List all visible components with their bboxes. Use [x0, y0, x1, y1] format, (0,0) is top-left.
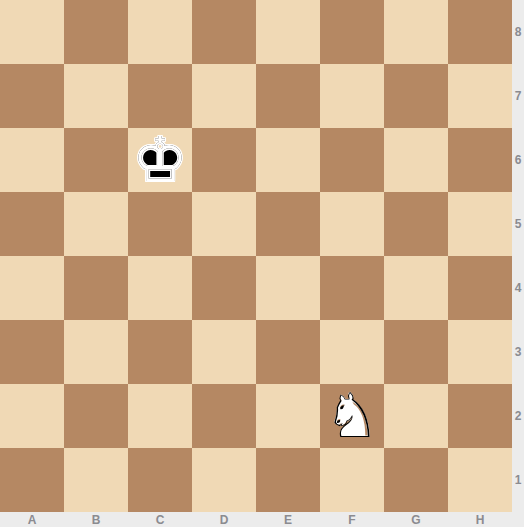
square-g1[interactable]: [384, 448, 448, 512]
file-label-h: H: [448, 512, 512, 527]
square-c7[interactable]: [128, 64, 192, 128]
square-e3[interactable]: [256, 320, 320, 384]
rank-label-7: 7: [512, 64, 524, 128]
square-e4[interactable]: [256, 256, 320, 320]
file-label-d: D: [192, 512, 256, 527]
square-e8[interactable]: [256, 0, 320, 64]
file-label-c: C: [128, 512, 192, 527]
square-h1[interactable]: [448, 448, 512, 512]
white-knight-glyph: ♞: [324, 384, 380, 448]
file-label-f: F: [320, 512, 384, 527]
square-g2[interactable]: [384, 384, 448, 448]
square-c3[interactable]: [128, 320, 192, 384]
square-h5[interactable]: [448, 192, 512, 256]
black-king-outline-glyph: ♔: [132, 128, 188, 192]
square-c8[interactable]: [128, 0, 192, 64]
rank-labels: 87654321: [512, 0, 524, 512]
rank-label-4: 4: [512, 256, 524, 320]
square-h4[interactable]: [448, 256, 512, 320]
black-king-glyph: ♚: [132, 128, 188, 192]
square-d2[interactable]: [192, 384, 256, 448]
square-f2[interactable]: ♞♘: [320, 384, 384, 448]
white-knight[interactable]: ♞♘: [320, 384, 384, 448]
square-h6[interactable]: [448, 128, 512, 192]
square-g3[interactable]: [384, 320, 448, 384]
square-c6[interactable]: ♚♔: [128, 128, 192, 192]
square-h3[interactable]: [448, 320, 512, 384]
square-e6[interactable]: [256, 128, 320, 192]
square-g6[interactable]: [384, 128, 448, 192]
square-h8[interactable]: [448, 0, 512, 64]
square-d1[interactable]: [192, 448, 256, 512]
square-f3[interactable]: [320, 320, 384, 384]
square-a2[interactable]: [0, 384, 64, 448]
square-a4[interactable]: [0, 256, 64, 320]
square-b5[interactable]: [64, 192, 128, 256]
square-b2[interactable]: [64, 384, 128, 448]
square-f6[interactable]: [320, 128, 384, 192]
square-g8[interactable]: [384, 0, 448, 64]
square-h7[interactable]: [448, 64, 512, 128]
square-b8[interactable]: [64, 0, 128, 64]
square-b7[interactable]: [64, 64, 128, 128]
square-a3[interactable]: [0, 320, 64, 384]
square-e1[interactable]: [256, 448, 320, 512]
square-d4[interactable]: [192, 256, 256, 320]
square-g7[interactable]: [384, 64, 448, 128]
square-b6[interactable]: [64, 128, 128, 192]
square-a5[interactable]: [0, 192, 64, 256]
square-g5[interactable]: [384, 192, 448, 256]
square-c1[interactable]: [128, 448, 192, 512]
chess-board: ♚♔♞♘: [0, 0, 512, 512]
file-label-b: B: [64, 512, 128, 527]
rank-label-5: 5: [512, 192, 524, 256]
file-labels: ABCDEFGH: [0, 512, 512, 527]
rank-label-6: 6: [512, 128, 524, 192]
square-f8[interactable]: [320, 0, 384, 64]
rank-label-8: 8: [512, 0, 524, 64]
chess-board-page: ♚♔♞♘ 87654321 ABCDEFGH: [0, 0, 524, 527]
square-d6[interactable]: [192, 128, 256, 192]
square-c4[interactable]: [128, 256, 192, 320]
square-a8[interactable]: [0, 0, 64, 64]
square-f7[interactable]: [320, 64, 384, 128]
white-knight-outline-glyph: ♘: [324, 384, 380, 448]
square-e7[interactable]: [256, 64, 320, 128]
rank-label-1: 1: [512, 448, 524, 512]
square-d7[interactable]: [192, 64, 256, 128]
square-c5[interactable]: [128, 192, 192, 256]
file-label-g: G: [384, 512, 448, 527]
square-d3[interactable]: [192, 320, 256, 384]
square-b4[interactable]: [64, 256, 128, 320]
square-b1[interactable]: [64, 448, 128, 512]
square-f1[interactable]: [320, 448, 384, 512]
square-c2[interactable]: [128, 384, 192, 448]
file-label-a: A: [0, 512, 64, 527]
square-f5[interactable]: [320, 192, 384, 256]
square-e5[interactable]: [256, 192, 320, 256]
square-d5[interactable]: [192, 192, 256, 256]
square-b3[interactable]: [64, 320, 128, 384]
square-e2[interactable]: [256, 384, 320, 448]
square-a7[interactable]: [0, 64, 64, 128]
square-d8[interactable]: [192, 0, 256, 64]
square-a1[interactable]: [0, 448, 64, 512]
square-h2[interactable]: [448, 384, 512, 448]
rank-label-2: 2: [512, 384, 524, 448]
file-label-e: E: [256, 512, 320, 527]
square-a6[interactable]: [0, 128, 64, 192]
rank-label-3: 3: [512, 320, 524, 384]
square-g4[interactable]: [384, 256, 448, 320]
black-king[interactable]: ♚♔: [128, 128, 192, 192]
square-f4[interactable]: [320, 256, 384, 320]
